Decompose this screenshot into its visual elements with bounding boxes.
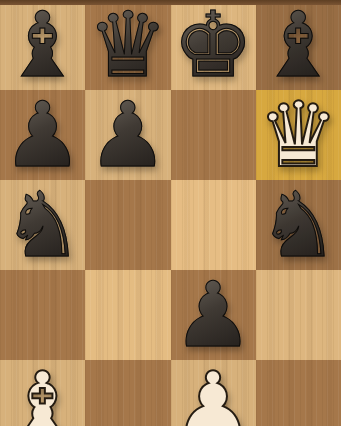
square-d8[interactable]: ♛ xyxy=(85,0,170,90)
white-queen[interactable]: ♛ xyxy=(258,90,339,180)
square-f5[interactable] xyxy=(256,270,341,360)
square-c8[interactable]: ♝ xyxy=(0,0,85,90)
square-e4[interactable]: ♟ xyxy=(171,360,256,426)
square-e7[interactable] xyxy=(171,90,256,180)
square-d4[interactable] xyxy=(85,360,170,426)
square-c7[interactable]: ♟ xyxy=(0,90,85,180)
square-d7[interactable]: ♟ xyxy=(85,90,170,180)
white-bishop[interactable]: ♝ xyxy=(2,360,83,426)
black-pawn[interactable]: ♟ xyxy=(173,270,254,360)
square-f6[interactable]: ♞ xyxy=(256,180,341,270)
black-knight[interactable]: ♞ xyxy=(2,180,83,270)
square-e5[interactable]: ♟ xyxy=(171,270,256,360)
square-e6[interactable] xyxy=(171,180,256,270)
square-e8[interactable]: ♚ xyxy=(171,0,256,90)
square-f8[interactable]: ♝ xyxy=(256,0,341,90)
square-d5[interactable] xyxy=(85,270,170,360)
square-f4[interactable] xyxy=(256,360,341,426)
black-knight[interactable]: ♞ xyxy=(258,180,339,270)
chess-board: ♝♛♚♝♟♟♛♞♞♟♝♟ xyxy=(0,0,341,426)
black-king[interactable]: ♚ xyxy=(173,0,254,90)
black-bishop[interactable]: ♝ xyxy=(258,0,339,90)
black-queen[interactable]: ♛ xyxy=(88,0,169,90)
chess-board-grid: ♝♛♚♝♟♟♛♞♞♟♝♟ xyxy=(0,0,341,426)
white-pawn[interactable]: ♟ xyxy=(173,360,254,426)
square-d6[interactable] xyxy=(85,180,170,270)
square-c5[interactable] xyxy=(0,270,85,360)
black-pawn[interactable]: ♟ xyxy=(2,90,83,180)
square-f7[interactable]: ♛ xyxy=(256,90,341,180)
black-bishop[interactable]: ♝ xyxy=(2,0,83,90)
square-c4[interactable]: ♝ xyxy=(0,360,85,426)
square-c6[interactable]: ♞ xyxy=(0,180,85,270)
black-pawn[interactable]: ♟ xyxy=(88,90,169,180)
